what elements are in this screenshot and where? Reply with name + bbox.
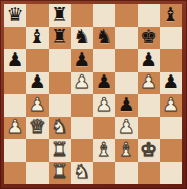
chess-board-frame: ♛♜♝♝♜♞♞♚♟♟♟♟♟♟♟♟♟♟♟♟♟♛♞♟♜♝♝♚♜♞ bbox=[0, 0, 187, 189]
white-rook-piece[interactable]: ♜ bbox=[51, 162, 68, 181]
square-e6[interactable] bbox=[93, 49, 115, 72]
square-d4[interactable] bbox=[71, 94, 93, 117]
square-c6[interactable] bbox=[49, 49, 71, 72]
white-pawn-piece[interactable]: ♟ bbox=[7, 117, 24, 136]
square-a1[interactable] bbox=[4, 162, 26, 185]
square-a2[interactable] bbox=[4, 139, 26, 162]
square-a5[interactable] bbox=[4, 72, 26, 95]
square-c1[interactable]: ♜ bbox=[49, 162, 71, 185]
white-king-piece[interactable]: ♚ bbox=[140, 140, 157, 159]
square-e1[interactable] bbox=[93, 162, 115, 185]
square-b2[interactable] bbox=[26, 139, 48, 162]
chess-board: ♛♜♝♝♜♞♞♚♟♟♟♟♟♟♟♟♟♟♟♟♟♛♞♟♜♝♝♚♜♞ bbox=[4, 4, 182, 184]
white-pawn-piece[interactable]: ♟ bbox=[96, 95, 113, 114]
white-bishop-piece[interactable]: ♝ bbox=[118, 140, 135, 159]
square-d3[interactable] bbox=[71, 117, 93, 140]
black-bishop-piece[interactable]: ♝ bbox=[162, 5, 179, 24]
square-a7[interactable] bbox=[4, 27, 26, 50]
square-g3[interactable] bbox=[138, 117, 160, 140]
square-g1[interactable] bbox=[138, 162, 160, 185]
white-knight-piece[interactable]: ♞ bbox=[73, 162, 90, 181]
square-d1[interactable]: ♞ bbox=[71, 162, 93, 185]
black-pawn-piece[interactable]: ♟ bbox=[118, 95, 135, 114]
square-f8[interactable] bbox=[115, 4, 137, 27]
black-rook-piece[interactable]: ♜ bbox=[51, 5, 68, 24]
square-h5[interactable]: ♟ bbox=[160, 72, 182, 95]
square-e2[interactable]: ♝ bbox=[93, 139, 115, 162]
square-f4[interactable]: ♟ bbox=[115, 94, 137, 117]
square-f2[interactable]: ♝ bbox=[115, 139, 137, 162]
white-pawn-piece[interactable]: ♟ bbox=[73, 72, 90, 91]
white-pawn-piece[interactable]: ♟ bbox=[118, 117, 135, 136]
square-e8[interactable] bbox=[93, 4, 115, 27]
square-f1[interactable] bbox=[115, 162, 137, 185]
white-bishop-piece[interactable]: ♝ bbox=[96, 140, 113, 159]
black-knight-piece[interactable]: ♞ bbox=[73, 27, 90, 46]
square-d5[interactable]: ♟ bbox=[71, 72, 93, 95]
black-rook-piece[interactable]: ♜ bbox=[51, 27, 68, 46]
square-b1[interactable] bbox=[26, 162, 48, 185]
white-pawn-piece[interactable]: ♟ bbox=[29, 95, 46, 114]
square-f6[interactable] bbox=[115, 49, 137, 72]
white-pawn-piece[interactable]: ♟ bbox=[162, 95, 179, 114]
square-h4[interactable]: ♟ bbox=[160, 94, 182, 117]
square-h7[interactable] bbox=[160, 27, 182, 50]
square-h2[interactable] bbox=[160, 139, 182, 162]
square-b4[interactable]: ♟ bbox=[26, 94, 48, 117]
square-d2[interactable] bbox=[71, 139, 93, 162]
square-c7[interactable]: ♜ bbox=[49, 27, 71, 50]
square-b3[interactable]: ♛ bbox=[26, 117, 48, 140]
square-e3[interactable] bbox=[93, 117, 115, 140]
square-c8[interactable]: ♜ bbox=[49, 4, 71, 27]
square-e4[interactable]: ♟ bbox=[93, 94, 115, 117]
square-g4[interactable] bbox=[138, 94, 160, 117]
square-c3[interactable]: ♞ bbox=[49, 117, 71, 140]
square-d7[interactable]: ♞ bbox=[71, 27, 93, 50]
black-pawn-piece[interactable]: ♟ bbox=[7, 50, 24, 69]
square-h6[interactable] bbox=[160, 49, 182, 72]
black-queen-piece[interactable]: ♛ bbox=[7, 5, 24, 24]
black-pawn-piece[interactable]: ♟ bbox=[140, 50, 157, 69]
black-pawn-piece[interactable]: ♟ bbox=[162, 72, 179, 91]
square-a3[interactable]: ♟ bbox=[4, 117, 26, 140]
square-e7[interactable]: ♞ bbox=[93, 27, 115, 50]
square-f3[interactable]: ♟ bbox=[115, 117, 137, 140]
square-b5[interactable]: ♟ bbox=[26, 72, 48, 95]
square-b8[interactable] bbox=[26, 4, 48, 27]
square-g6[interactable]: ♟ bbox=[138, 49, 160, 72]
square-f7[interactable] bbox=[115, 27, 137, 50]
white-queen-piece[interactable]: ♛ bbox=[29, 117, 46, 136]
square-a8[interactable]: ♛ bbox=[4, 4, 26, 27]
square-a4[interactable] bbox=[4, 94, 26, 117]
square-c5[interactable] bbox=[49, 72, 71, 95]
black-pawn-piece[interactable]: ♟ bbox=[29, 72, 46, 91]
square-e5[interactable]: ♟ bbox=[93, 72, 115, 95]
square-g7[interactable]: ♚ bbox=[138, 27, 160, 50]
square-d8[interactable] bbox=[71, 4, 93, 27]
square-g5[interactable]: ♟ bbox=[138, 72, 160, 95]
square-a6[interactable]: ♟ bbox=[4, 49, 26, 72]
square-h1[interactable] bbox=[160, 162, 182, 185]
square-b7[interactable]: ♝ bbox=[26, 27, 48, 50]
square-b6[interactable] bbox=[26, 49, 48, 72]
white-rook-piece[interactable]: ♜ bbox=[51, 140, 68, 159]
black-pawn-piece[interactable]: ♟ bbox=[73, 50, 90, 69]
square-c2[interactable]: ♜ bbox=[49, 139, 71, 162]
square-g2[interactable]: ♚ bbox=[138, 139, 160, 162]
square-c4[interactable] bbox=[49, 94, 71, 117]
square-f5[interactable] bbox=[115, 72, 137, 95]
square-h3[interactable] bbox=[160, 117, 182, 140]
black-king-piece[interactable]: ♚ bbox=[140, 27, 157, 46]
black-knight-piece[interactable]: ♞ bbox=[96, 27, 113, 46]
white-pawn-piece[interactable]: ♟ bbox=[140, 72, 157, 91]
black-bishop-piece[interactable]: ♝ bbox=[29, 27, 46, 46]
black-pawn-piece[interactable]: ♟ bbox=[96, 72, 113, 91]
square-d6[interactable]: ♟ bbox=[71, 49, 93, 72]
square-g8[interactable] bbox=[138, 4, 160, 27]
square-h8[interactable]: ♝ bbox=[160, 4, 182, 27]
white-knight-piece[interactable]: ♞ bbox=[51, 117, 68, 136]
